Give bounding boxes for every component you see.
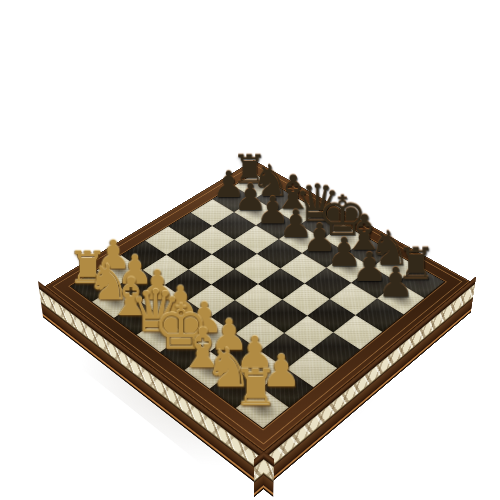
product-photo: ♜♞♝♛♚♝♞♜♟♟♟♟♟♟♟♟♟♟♟♟♟♟♟♟♜♞♝♛♚♝♞♜ <box>0 0 500 500</box>
chess-board: ♜♞♝♛♚♝♞♜♟♟♟♟♟♟♟♟♟♟♟♟♟♟♟♟♜♞♝♛♚♝♞♜ <box>45 161 469 451</box>
board-surface: ♜♞♝♛♚♝♞♜♟♟♟♟♟♟♟♟♟♟♟♟♟♟♟♟♜♞♝♛♚♝♞♜ <box>45 161 469 451</box>
piece-black-pawn: ♟ <box>373 261 418 302</box>
piece-white-rook: ♜ <box>230 363 280 413</box>
